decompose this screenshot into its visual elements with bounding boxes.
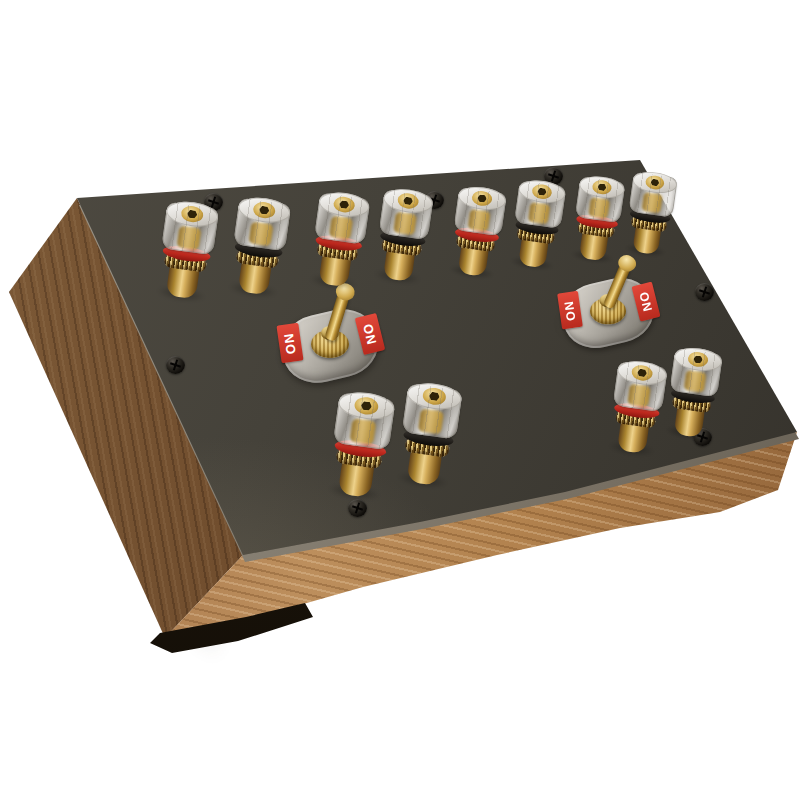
- panel-components: ONONONON: [0, 0, 800, 800]
- post-top-nut: [531, 183, 553, 200]
- toggle-label-text: ON: [282, 331, 298, 354]
- post-clear-cap[interactable]: [575, 176, 625, 223]
- product-photo-stage: ONONONON: [0, 0, 800, 800]
- post-top-nut: [333, 195, 356, 213]
- post-clear-cap[interactable]: [314, 192, 370, 244]
- post-inner-gold: [641, 192, 662, 213]
- post-top-nut: [645, 174, 665, 190]
- post-clear-cap[interactable]: [402, 383, 463, 439]
- post-clear-cap[interactable]: [161, 202, 219, 256]
- post-clear-cap[interactable]: [669, 348, 722, 397]
- panel-screw: [695, 283, 714, 301]
- panel-screw: [166, 356, 185, 374]
- post-clear-cap[interactable]: [514, 180, 566, 228]
- binding-post-rear-pair4-negative[interactable]: [619, 171, 682, 266]
- post-cap-top: [318, 190, 371, 220]
- toggle-switch-left[interactable]: ONON: [265, 280, 395, 400]
- toggle-label-text: ON: [562, 299, 577, 321]
- post-clear-cap[interactable]: [379, 189, 434, 240]
- post-cap-top: [457, 184, 507, 213]
- post-top-nut: [687, 351, 709, 368]
- post-inner-gold: [418, 408, 444, 434]
- post-cap-top: [578, 174, 626, 201]
- post-cap-top: [382, 186, 434, 215]
- post-cap-top: [632, 169, 679, 195]
- post-inner-gold: [588, 197, 610, 219]
- binding-post-front-pair2-positive[interactable]: [601, 360, 671, 466]
- post-clear-cap[interactable]: [613, 361, 668, 412]
- post-top-nut: [353, 396, 379, 416]
- binding-post-front-pair2-negative[interactable]: [659, 346, 727, 448]
- post-inner-gold: [468, 209, 491, 232]
- post-inner-gold: [329, 216, 353, 240]
- binding-post-front-pair1-negative[interactable]: [389, 382, 467, 499]
- post-top-nut: [180, 205, 204, 224]
- post-top-nut: [631, 364, 654, 382]
- binding-post-front-pair1-positive[interactable]: [320, 391, 400, 511]
- post-cap-top: [406, 380, 464, 413]
- binding-post-rear-pair1-positive[interactable]: [149, 200, 223, 311]
- post-inner-gold: [248, 221, 273, 246]
- post-clear-cap[interactable]: [629, 172, 678, 218]
- post-top-nut: [422, 386, 447, 406]
- post-clear-cap[interactable]: [233, 198, 291, 252]
- post-cap-top: [237, 195, 292, 226]
- post-cap-top: [673, 345, 723, 374]
- post-inner-gold: [684, 370, 707, 393]
- post-top-nut: [397, 192, 420, 210]
- post-top-nut: [591, 179, 612, 195]
- post-inner-gold: [528, 202, 550, 224]
- binding-post-rear-pair3-positive[interactable]: [443, 185, 511, 287]
- post-top-nut: [471, 190, 493, 207]
- post-inner-gold: [176, 225, 201, 250]
- post-clear-cap[interactable]: [453, 187, 506, 236]
- post-inner-gold: [627, 384, 651, 408]
- toggle-label-text: ON: [638, 290, 655, 313]
- binding-post-rear-pair2-negative[interactable]: [367, 188, 437, 294]
- toggle-label-text: ON: [361, 322, 379, 346]
- post-top-nut: [252, 201, 276, 220]
- post-clear-cap[interactable]: [333, 392, 396, 450]
- post-inner-gold: [393, 212, 417, 236]
- post-inner-gold: [349, 418, 376, 445]
